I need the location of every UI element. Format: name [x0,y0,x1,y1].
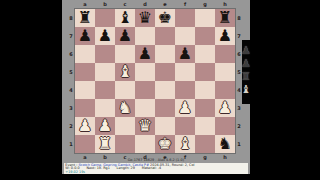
next-move: Next: 19. Rg1 [86,166,109,170]
square-e2[interactable] [155,117,175,135]
square-g3[interactable] [195,99,215,117]
square-b2[interactable]: ♟ [95,117,115,135]
square-h5[interactable] [215,63,235,81]
rank-label-2: 2 [236,117,242,135]
captured-pieces-tray: ♟♟♜♝ [242,40,250,104]
captured-white-bishop: ♝ [240,83,252,96]
black-pawn-h7[interactable]: ♟ [215,27,235,45]
white-pawn-h3[interactable]: ♟ [215,99,235,117]
white-bishop-c5[interactable]: ♝ [115,63,135,81]
square-g6[interactable] [195,45,215,63]
square-d8[interactable]: ♛ [135,9,155,27]
square-d3[interactable] [135,99,155,117]
square-f6[interactable]: ♟ [175,45,195,63]
square-h4[interactable] [215,81,235,99]
engine-eval: +19.02 19s [65,170,248,174]
white-knight-c3[interactable]: ♞ [115,99,135,117]
square-b8[interactable] [95,9,115,27]
material-balance: Material: -4 [142,166,161,170]
chess-board: ♜♝♛♚♜♟♟♟♟♟♟♝♞♟♟♟♟♛♜♚♝♞ [74,8,236,154]
square-a7[interactable]: ♟ [75,27,95,45]
rank-label-1: 1 [236,135,242,153]
square-a6[interactable] [75,45,95,63]
square-b1[interactable]: ♜ [95,135,115,153]
square-h1[interactable]: ♞ [215,135,235,153]
square-d4[interactable] [135,81,155,99]
black-rook-h8[interactable]: ♜ [215,9,235,27]
square-e1[interactable]: ♚ [155,135,175,153]
video-frame: { "game": "chess", "position": { "fen": … [0,0,320,180]
square-e6[interactable] [155,45,175,63]
square-h2[interactable] [215,117,235,135]
chess-gui-frame: abcdefgh 87654321 ♜♝♛♚♜♟♟♟♟♟♟♝♞♟♟♟♟♛♜♚♝♞… [62,0,250,174]
square-c2[interactable] [115,117,135,135]
square-f1[interactable]: ♝ [175,135,195,153]
square-e7[interactable] [155,27,175,45]
game-length: Length: 29 [117,166,135,170]
square-d5[interactable] [135,63,155,81]
square-e3[interactable] [155,99,175,117]
square-a2[interactable]: ♟ [75,117,95,135]
square-f2[interactable] [175,117,195,135]
square-b6[interactable] [95,45,115,63]
black-rook-a8[interactable]: ♜ [75,9,95,27]
black-bishop-c8[interactable]: ♝ [115,9,135,27]
square-a4[interactable] [75,81,95,99]
square-a1[interactable] [75,135,95,153]
square-b5[interactable] [95,63,115,81]
white-pawn-f3[interactable]: ♟ [175,99,195,117]
square-e8[interactable]: ♚ [155,9,175,27]
square-c6[interactable] [115,45,135,63]
square-b7[interactable]: ♟ [95,27,115,45]
white-rook-b1[interactable]: ♜ [95,135,115,153]
square-c5[interactable]: ♝ [115,63,135,81]
black-pawn-d6[interactable]: ♟ [135,45,155,63]
square-g2[interactable] [195,117,215,135]
white-king-e1[interactable]: ♚ [155,135,175,153]
square-c4[interactable] [115,81,135,99]
square-h7[interactable]: ♟ [215,27,235,45]
square-f5[interactable] [175,63,195,81]
square-a3[interactable] [75,99,95,117]
square-h8[interactable]: ♜ [215,9,235,27]
square-a8[interactable]: ♜ [75,9,95,27]
captured-black-pawn: ♟ [240,57,252,70]
black-pawn-a7[interactable]: ♟ [75,27,95,45]
white-queen-d2[interactable]: ♛ [135,117,155,135]
square-e4[interactable] [155,81,175,99]
square-h6[interactable] [215,45,235,63]
square-f8[interactable] [175,9,195,27]
square-e5[interactable] [155,63,175,81]
rank-label-8: 8 [236,9,242,27]
square-f3[interactable]: ♟ [175,99,195,117]
square-c1[interactable] [115,135,135,153]
black-knight-h1[interactable]: ♞ [215,135,235,153]
white-pawn-a2[interactable]: ♟ [75,117,95,135]
captured-black-rook: ♜ [240,70,252,83]
square-b4[interactable] [95,81,115,99]
square-g7[interactable] [195,27,215,45]
square-g5[interactable] [195,63,215,81]
captured-black-pawn: ♟ [240,44,252,57]
square-c8[interactable]: ♝ [115,9,135,27]
black-pawn-c7[interactable]: ♟ [115,27,135,45]
black-pawn-f6[interactable]: ♟ [175,45,195,63]
square-f4[interactable] [175,81,195,99]
black-king-e8[interactable]: ♚ [155,9,175,27]
square-c3[interactable]: ♞ [115,99,135,117]
white-pawn-b2[interactable]: ♟ [95,117,115,135]
square-b3[interactable] [95,99,115,117]
black-pawn-b7[interactable]: ♟ [95,27,115,45]
square-g1[interactable] [195,135,215,153]
square-d1[interactable] [135,135,155,153]
square-d7[interactable] [135,27,155,45]
square-f7[interactable] [175,27,195,45]
square-h3[interactable]: ♟ [215,99,235,117]
square-a5[interactable] [75,63,95,81]
square-g4[interactable] [195,81,215,99]
white-bishop-f1[interactable]: ♝ [175,135,195,153]
black-queen-d8[interactable]: ♛ [135,9,155,27]
square-d2[interactable]: ♛ [135,117,155,135]
square-g8[interactable] [195,9,215,27]
square-c7[interactable]: ♟ [115,27,135,45]
players-result-text: Go-1767 14629 - Alex 4.6.2 (1-0) [62,158,250,161]
game-info-panel: Event : Scotch Game, Goering Gambit, Cas… [64,163,248,174]
square-d6[interactable]: ♟ [135,45,155,63]
